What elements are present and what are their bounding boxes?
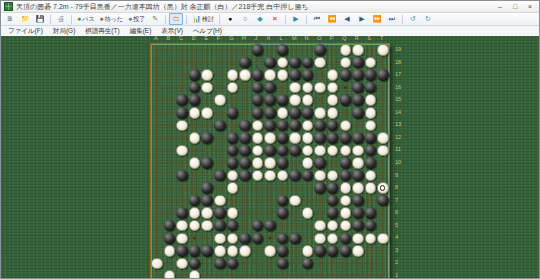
delete-button[interactable]: ✕	[268, 13, 282, 25]
col-label-R: R	[355, 35, 359, 41]
white-stone	[289, 94, 301, 106]
black-stone	[264, 57, 276, 69]
black-stone	[289, 233, 301, 245]
black-stone	[176, 207, 188, 219]
white-stone	[239, 69, 251, 81]
row-label-19: 19	[395, 46, 401, 52]
row-label-16: 16	[395, 84, 401, 90]
app-icon	[4, 2, 13, 11]
title-bar: 天頂の囲碁 7.2m - 79手目黒番／一力遼本因坊（黒）対 余正麒（白）／21…	[1, 1, 539, 13]
white-stone	[302, 245, 314, 257]
fast-back-button: ⏪	[328, 14, 337, 24]
black-stone	[289, 145, 301, 157]
black-stone	[277, 44, 289, 56]
black-stone	[214, 258, 226, 270]
row-label-18: 18	[395, 59, 401, 65]
black-stone	[176, 170, 188, 182]
analysis-button-label: 検討	[202, 14, 214, 24]
black-stone	[365, 145, 377, 157]
white-stone	[214, 233, 226, 245]
black-stone	[327, 132, 339, 144]
resign-button[interactable]: ●投了	[126, 13, 147, 25]
black-stone	[277, 245, 289, 257]
white-stone	[227, 69, 239, 81]
black-stone	[365, 207, 377, 219]
black-stone	[239, 233, 251, 245]
row-label-7: 7	[395, 197, 398, 203]
white-stone	[352, 233, 364, 245]
black-stone	[277, 207, 289, 219]
white-stone	[302, 132, 314, 144]
white-stone	[352, 44, 364, 56]
black-stone	[239, 157, 251, 169]
maximize-button[interactable]: □	[508, 2, 522, 11]
white-stone	[377, 145, 389, 157]
white-stone	[365, 182, 377, 194]
print-icon[interactable]: 🖨	[54, 13, 68, 25]
black-stone	[352, 220, 364, 232]
white-stone-tool: ○	[243, 14, 247, 24]
toolbar-separator	[285, 15, 286, 24]
row-label-1: 1	[395, 272, 398, 278]
black-stone	[352, 94, 364, 106]
step-back-button[interactable]: ◀	[340, 13, 354, 25]
black-stone	[201, 132, 213, 144]
new-file-icon[interactable]: 🗎	[3, 13, 17, 25]
save-icon: 💾	[36, 14, 45, 24]
black-stone	[201, 182, 213, 194]
black-stone	[352, 195, 364, 207]
rotate-right-button: ↻	[425, 14, 431, 24]
col-label-P: P	[330, 35, 334, 41]
black-stone	[201, 245, 213, 257]
white-stone	[352, 245, 364, 257]
white-stone	[227, 207, 239, 219]
go-first-button: ⏮	[314, 14, 320, 24]
row-labels: 19181716151413121110987654321	[393, 43, 407, 279]
toolbar-separator	[186, 15, 187, 24]
black-stone-tool[interactable]: ●	[223, 13, 237, 25]
black-stone	[352, 132, 364, 144]
col-label-D: D	[192, 35, 196, 41]
white-stone	[314, 57, 326, 69]
new-file-icon: 🗎	[7, 14, 14, 24]
rotate-left-button[interactable]: ↺	[406, 13, 420, 25]
print-icon: 🖨	[58, 14, 65, 24]
white-stone	[277, 107, 289, 119]
black-stone	[340, 233, 352, 245]
col-label-Q: Q	[342, 35, 346, 41]
col-label-H: H	[242, 35, 246, 41]
analysis-button[interactable]: 📊検討	[190, 13, 216, 25]
white-stone	[252, 120, 264, 132]
white-stone	[189, 132, 201, 144]
col-label-F: F	[217, 35, 220, 41]
go-first-button[interactable]: ⏮	[310, 13, 324, 25]
white-stone	[314, 233, 326, 245]
black-stone	[352, 207, 364, 219]
row-label-2: 2	[395, 259, 398, 265]
white-stone	[264, 170, 276, 182]
white-stone	[264, 157, 276, 169]
black-stone-tool: ●	[228, 14, 232, 24]
white-stone	[151, 258, 163, 270]
white-stone	[239, 245, 251, 257]
delete-button: ✕	[272, 14, 278, 24]
white-stone	[214, 245, 226, 257]
black-stone	[227, 145, 239, 157]
toolbar-separator	[165, 15, 166, 24]
black-stone	[214, 170, 226, 182]
black-stone	[264, 82, 276, 94]
black-stone	[314, 44, 326, 56]
row-label-14: 14	[395, 109, 401, 115]
pass-button: ●	[77, 14, 81, 24]
black-stone	[214, 120, 226, 132]
white-stone	[252, 157, 264, 169]
edit-pencil-icon[interactable]: ✎	[148, 13, 162, 25]
black-stone	[302, 107, 314, 119]
toolbar-separator	[50, 15, 51, 24]
open-folder-icon[interactable]: 📁	[18, 13, 32, 25]
white-stone	[176, 233, 188, 245]
white-stone-last-move	[377, 182, 389, 194]
rotate-right-button[interactable]: ↻	[421, 13, 435, 25]
row-label-10: 10	[395, 159, 401, 165]
goban[interactable]	[150, 43, 390, 279]
black-stone	[314, 182, 326, 194]
white-stone	[352, 182, 364, 194]
black-stone	[277, 94, 289, 106]
go-last-button: ⏭	[389, 14, 395, 24]
black-stone	[239, 120, 251, 132]
black-stone	[227, 132, 239, 144]
col-label-O: O	[317, 35, 321, 41]
pass-button[interactable]: ●パス	[75, 13, 97, 25]
col-label-M: M	[292, 35, 297, 41]
black-stone	[377, 69, 389, 81]
white-stone	[340, 120, 352, 132]
white-stone	[314, 145, 326, 157]
menu-item-1[interactable]: 対局(G)	[49, 26, 79, 36]
row-label-9: 9	[395, 172, 398, 178]
black-stone	[352, 69, 364, 81]
black-stone	[289, 170, 301, 182]
black-stone	[340, 94, 352, 106]
white-stone	[164, 245, 176, 257]
black-stone	[314, 245, 326, 257]
black-stone	[289, 69, 301, 81]
white-stone	[264, 69, 276, 81]
black-stone	[252, 69, 264, 81]
black-stone	[352, 82, 364, 94]
play-button: ▶	[293, 14, 298, 24]
white-stone	[176, 145, 188, 157]
row-label-11: 11	[395, 146, 401, 152]
menu-item-2[interactable]: 棋譜再生(T)	[81, 26, 123, 36]
white-stone	[289, 195, 301, 207]
minimize-button[interactable]: –	[493, 2, 507, 11]
row-label-13: 13	[395, 121, 401, 127]
black-stone	[239, 57, 251, 69]
black-stone	[340, 157, 352, 169]
col-label-E: E	[204, 35, 208, 41]
black-stone	[352, 170, 364, 182]
board-area: ABCDEFGHJKLMNOPQRST 19181716151413121110…	[1, 36, 539, 278]
window-title: 天頂の囲碁 7.2m - 79手目黒番／一力遼本因坊（黒）対 余正麒（白）／21…	[16, 2, 493, 12]
row-label-8: 8	[395, 184, 398, 190]
black-stone	[252, 233, 264, 245]
col-label-T: T	[380, 35, 383, 41]
row-label-4: 4	[395, 234, 398, 240]
open-folder-icon: 📁	[21, 14, 30, 24]
black-stone	[314, 120, 326, 132]
black-stone	[264, 94, 276, 106]
app-window: 天頂の囲碁 7.2m - 79手目黒番／一力遼本因坊（黒）対 余正麒（白）／21…	[0, 0, 540, 279]
black-stone	[264, 120, 276, 132]
col-label-L: L	[280, 35, 283, 41]
fast-forward-button: ⏩	[373, 14, 382, 24]
white-stone	[314, 170, 326, 182]
white-stone	[201, 69, 213, 81]
white-stone	[264, 132, 276, 144]
black-stone	[227, 258, 239, 270]
col-label-A: A	[154, 35, 158, 41]
white-stone	[365, 107, 377, 119]
white-stone	[164, 270, 176, 279]
col-label-S: S	[367, 35, 371, 41]
white-stone	[214, 195, 226, 207]
black-stone	[264, 145, 276, 157]
black-stone	[352, 57, 364, 69]
edit-pencil-icon: ✎	[152, 14, 158, 24]
white-stone	[352, 145, 364, 157]
black-stone	[340, 245, 352, 257]
undo-move-button: ●	[100, 14, 104, 24]
white-stone	[302, 157, 314, 169]
white-stone	[227, 233, 239, 245]
col-label-C: C	[179, 35, 183, 41]
toolbar: 🗎📁💾🖨●パス●待った●投了✎🗀📊検討●○◆✕▶⏮⏪◀▶⏩⏭↺↻	[1, 13, 539, 26]
col-label-J: J	[254, 35, 257, 41]
black-stone	[302, 69, 314, 81]
white-stone	[314, 107, 326, 119]
white-stone	[365, 233, 377, 245]
white-stone	[377, 44, 389, 56]
white-stone	[201, 207, 213, 219]
analysis-button: 📊	[192, 14, 201, 24]
step-forward-button[interactable]: ▶	[355, 13, 369, 25]
white-stone	[189, 157, 201, 169]
save-icon[interactable]: 💾	[33, 13, 47, 25]
white-stone	[227, 245, 239, 257]
white-stone	[264, 245, 276, 257]
white-stone	[340, 44, 352, 56]
play-button[interactable]: ▶	[289, 13, 303, 25]
resign-button: ●	[128, 14, 132, 24]
toolbar-separator	[219, 15, 220, 24]
game-record-icon[interactable]: 🗀	[169, 13, 183, 25]
black-stone	[176, 107, 188, 119]
black-stone	[377, 195, 389, 207]
white-stone	[289, 82, 301, 94]
white-stone	[340, 182, 352, 194]
black-stone	[340, 132, 352, 144]
menu-item-0[interactable]: ファイル(F)	[4, 26, 47, 36]
black-stone	[289, 107, 301, 119]
black-stone	[289, 57, 301, 69]
black-stone	[365, 157, 377, 169]
toolbar-separator	[402, 15, 403, 24]
col-label-G: G	[229, 35, 233, 41]
white-stone	[340, 145, 352, 157]
black-stone	[277, 157, 289, 169]
fast-back-button[interactable]: ⏪	[325, 13, 339, 25]
white-stone	[365, 120, 377, 132]
black-stone	[176, 245, 188, 257]
black-stone	[239, 170, 251, 182]
black-stone	[314, 132, 326, 144]
white-stone	[340, 207, 352, 219]
black-stone	[252, 94, 264, 106]
white-stone	[214, 94, 226, 106]
step-forward-button: ▶	[359, 14, 364, 24]
white-stone	[227, 182, 239, 194]
row-label-6: 6	[395, 209, 398, 215]
undo-move-button-label: 待った	[105, 14, 123, 24]
black-stone	[176, 94, 188, 106]
step-back-button: ◀	[344, 14, 349, 24]
rotate-left-button: ↺	[410, 14, 416, 24]
toolbar-separator	[71, 15, 72, 24]
black-stone	[252, 107, 264, 119]
go-last-button[interactable]: ⏭	[385, 13, 399, 25]
resign-button-label: 投了	[133, 14, 145, 24]
row-label-17: 17	[395, 71, 401, 77]
pass-button-label: パス	[82, 14, 94, 24]
black-stone	[264, 107, 276, 119]
black-stone	[264, 220, 276, 232]
white-stone	[176, 120, 188, 132]
row-label-12: 12	[395, 134, 401, 140]
row-label-5: 5	[395, 222, 398, 228]
col-label-B: B	[167, 35, 171, 41]
white-stone	[252, 132, 264, 144]
white-stone	[377, 233, 389, 245]
white-stone	[189, 107, 201, 119]
black-stone	[289, 120, 301, 132]
black-stone	[239, 145, 251, 157]
black-stone	[227, 107, 239, 119]
toolbar-separator	[306, 15, 307, 24]
game-record-icon: 🗀	[173, 14, 180, 24]
black-stone	[352, 107, 364, 119]
white-stone	[352, 157, 364, 169]
black-stone	[252, 44, 264, 56]
black-stone	[214, 220, 226, 232]
eraser-tool: ◆	[257, 14, 262, 24]
white-stone	[176, 258, 188, 270]
black-stone	[314, 157, 326, 169]
row-label-15: 15	[395, 96, 401, 102]
row-label-3: 3	[395, 247, 398, 253]
black-stone	[227, 157, 239, 169]
white-stone	[189, 270, 201, 279]
black-stone	[201, 157, 213, 169]
white-stone	[289, 132, 301, 144]
column-labels: ABCDEFGHJKLMNOPQRST	[150, 35, 388, 43]
black-stone	[365, 69, 377, 81]
col-label-K: K	[267, 35, 271, 41]
white-stone	[277, 69, 289, 81]
black-stone	[327, 245, 339, 257]
black-stone	[239, 132, 251, 144]
eraser-tool[interactable]: ◆	[253, 13, 267, 25]
black-stone	[340, 69, 352, 81]
white-stone	[377, 132, 389, 144]
black-stone	[189, 245, 201, 257]
white-stone	[327, 107, 339, 119]
undo-move-button[interactable]: ●待った	[98, 13, 126, 25]
close-button[interactable]: ×	[523, 2, 537, 11]
black-stone	[214, 207, 226, 219]
white-stone	[201, 107, 213, 119]
black-stone	[277, 132, 289, 144]
black-stone	[365, 132, 377, 144]
white-stone	[365, 94, 377, 106]
white-stone-tool[interactable]: ○	[238, 13, 252, 25]
fast-forward-button[interactable]: ⏩	[370, 13, 384, 25]
col-label-N: N	[305, 35, 309, 41]
